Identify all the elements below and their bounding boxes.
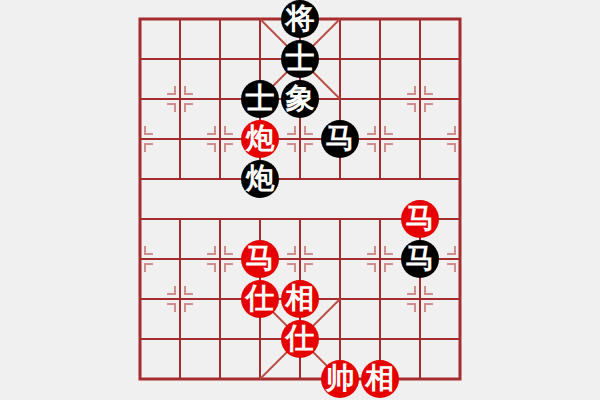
piece-label: 炮 bbox=[246, 124, 275, 153]
piece-label: 仕 bbox=[286, 324, 315, 353]
board-point[interactable] bbox=[240, 359, 280, 399]
piece-red-general[interactable]: 帅 bbox=[321, 360, 359, 398]
board-point[interactable] bbox=[320, 79, 360, 119]
board-point[interactable] bbox=[360, 319, 400, 359]
board-point[interactable] bbox=[400, 359, 440, 399]
piece-label: 士 bbox=[246, 84, 275, 113]
board-point[interactable] bbox=[200, 319, 240, 359]
piece-red-advisor[interactable]: 仕 bbox=[281, 320, 319, 358]
board-point[interactable] bbox=[320, 239, 360, 279]
board-point[interactable] bbox=[400, 0, 440, 39]
board-point[interactable] bbox=[280, 199, 320, 239]
board-point[interactable] bbox=[440, 0, 480, 39]
board-point[interactable] bbox=[320, 319, 360, 359]
board-point[interactable] bbox=[320, 199, 360, 239]
board-point[interactable] bbox=[120, 79, 160, 119]
board-point[interactable] bbox=[440, 279, 480, 319]
board-point[interactable] bbox=[440, 159, 480, 199]
piece-red-horse[interactable]: 马 bbox=[401, 200, 439, 238]
board-point[interactable] bbox=[240, 199, 280, 239]
board-point[interactable] bbox=[120, 0, 160, 39]
board-point[interactable] bbox=[200, 0, 240, 39]
board-point[interactable] bbox=[120, 239, 160, 279]
board-point[interactable] bbox=[120, 279, 160, 319]
piece-label: 炮 bbox=[246, 164, 275, 193]
board-point[interactable] bbox=[160, 319, 200, 359]
board-point[interactable] bbox=[240, 0, 280, 39]
board-point[interactable] bbox=[360, 0, 400, 39]
piece-red-cannon[interactable]: 炮 bbox=[241, 120, 279, 158]
board-point[interactable] bbox=[360, 199, 400, 239]
board-point[interactable] bbox=[120, 199, 160, 239]
piece-label: 相 bbox=[286, 284, 315, 313]
piece-label: 马 bbox=[246, 244, 275, 273]
piece-label: 帅 bbox=[326, 364, 355, 393]
board-point[interactable] bbox=[280, 239, 320, 279]
board-point[interactable] bbox=[360, 79, 400, 119]
board-point[interactable] bbox=[360, 239, 400, 279]
board-point[interactable] bbox=[240, 39, 280, 79]
piece-black-cannon[interactable]: 炮 bbox=[241, 160, 279, 198]
board-point[interactable] bbox=[120, 39, 160, 79]
board-point[interactable] bbox=[160, 39, 200, 79]
piece-black-advisor[interactable]: 士 bbox=[241, 80, 279, 118]
board-point[interactable] bbox=[160, 0, 200, 39]
board-point[interactable] bbox=[400, 39, 440, 79]
board-point[interactable] bbox=[120, 159, 160, 199]
board-point[interactable] bbox=[440, 39, 480, 79]
piece-black-general[interactable]: 将 bbox=[281, 0, 319, 38]
board-point[interactable] bbox=[440, 79, 480, 119]
board: 将士士象炮马炮马马马仕相仕帅相 bbox=[120, 0, 480, 399]
board-point[interactable] bbox=[400, 119, 440, 159]
board-point[interactable] bbox=[160, 79, 200, 119]
board-point[interactable] bbox=[440, 239, 480, 279]
board-point[interactable] bbox=[440, 199, 480, 239]
board-point[interactable] bbox=[120, 319, 160, 359]
board-point[interactable] bbox=[200, 119, 240, 159]
board-point[interactable] bbox=[200, 159, 240, 199]
piece-red-elephant[interactable]: 相 bbox=[361, 360, 399, 398]
board-point[interactable] bbox=[200, 239, 240, 279]
board-point[interactable] bbox=[240, 319, 280, 359]
board-point[interactable] bbox=[360, 119, 400, 159]
board-point[interactable] bbox=[160, 359, 200, 399]
piece-label: 象 bbox=[286, 84, 315, 113]
board-point[interactable] bbox=[400, 79, 440, 119]
board-point[interactable] bbox=[360, 279, 400, 319]
piece-red-elephant[interactable]: 相 bbox=[281, 280, 319, 318]
piece-label: 相 bbox=[366, 364, 395, 393]
board-point[interactable] bbox=[440, 319, 480, 359]
xiangqi-board-screenshot: 将士士象炮马炮马马马仕相仕帅相 bbox=[0, 0, 600, 400]
board-point[interactable] bbox=[320, 279, 360, 319]
piece-black-elephant[interactable]: 象 bbox=[281, 80, 319, 118]
piece-label: 士 bbox=[286, 44, 315, 73]
board-point[interactable] bbox=[120, 359, 160, 399]
piece-red-horse[interactable]: 马 bbox=[241, 240, 279, 278]
piece-label: 马 bbox=[406, 204, 435, 233]
board-point[interactable] bbox=[360, 39, 400, 79]
board-point[interactable] bbox=[400, 279, 440, 319]
board-point[interactable] bbox=[200, 359, 240, 399]
board-point[interactable] bbox=[280, 359, 320, 399]
board-point[interactable] bbox=[320, 159, 360, 199]
board-point[interactable] bbox=[120, 119, 160, 159]
piece-label: 仕 bbox=[246, 284, 275, 313]
board-point[interactable] bbox=[200, 39, 240, 79]
piece-black-horse[interactable]: 马 bbox=[321, 120, 359, 158]
board-point[interactable] bbox=[160, 119, 200, 159]
piece-black-horse[interactable]: 马 bbox=[401, 240, 439, 278]
board-point[interactable] bbox=[440, 119, 480, 159]
board-point[interactable] bbox=[160, 199, 200, 239]
board-point[interactable] bbox=[160, 239, 200, 279]
piece-red-advisor[interactable]: 仕 bbox=[241, 280, 279, 318]
board-point[interactable] bbox=[200, 279, 240, 319]
piece-black-advisor[interactable]: 士 bbox=[281, 40, 319, 78]
piece-label: 马 bbox=[406, 244, 435, 273]
board-point[interactable] bbox=[160, 279, 200, 319]
board-point[interactable] bbox=[280, 159, 320, 199]
board-point[interactable] bbox=[440, 359, 480, 399]
board-point[interactable] bbox=[160, 159, 200, 199]
board-point[interactable] bbox=[200, 79, 240, 119]
board-point[interactable] bbox=[360, 159, 400, 199]
piece-label: 将 bbox=[286, 4, 315, 33]
board-point[interactable] bbox=[320, 39, 360, 79]
board-point[interactable] bbox=[400, 159, 440, 199]
board-point[interactable] bbox=[280, 119, 320, 159]
board-point[interactable] bbox=[400, 319, 440, 359]
piece-label: 马 bbox=[326, 124, 355, 153]
board-point[interactable] bbox=[320, 0, 360, 39]
board-point[interactable] bbox=[200, 199, 240, 239]
